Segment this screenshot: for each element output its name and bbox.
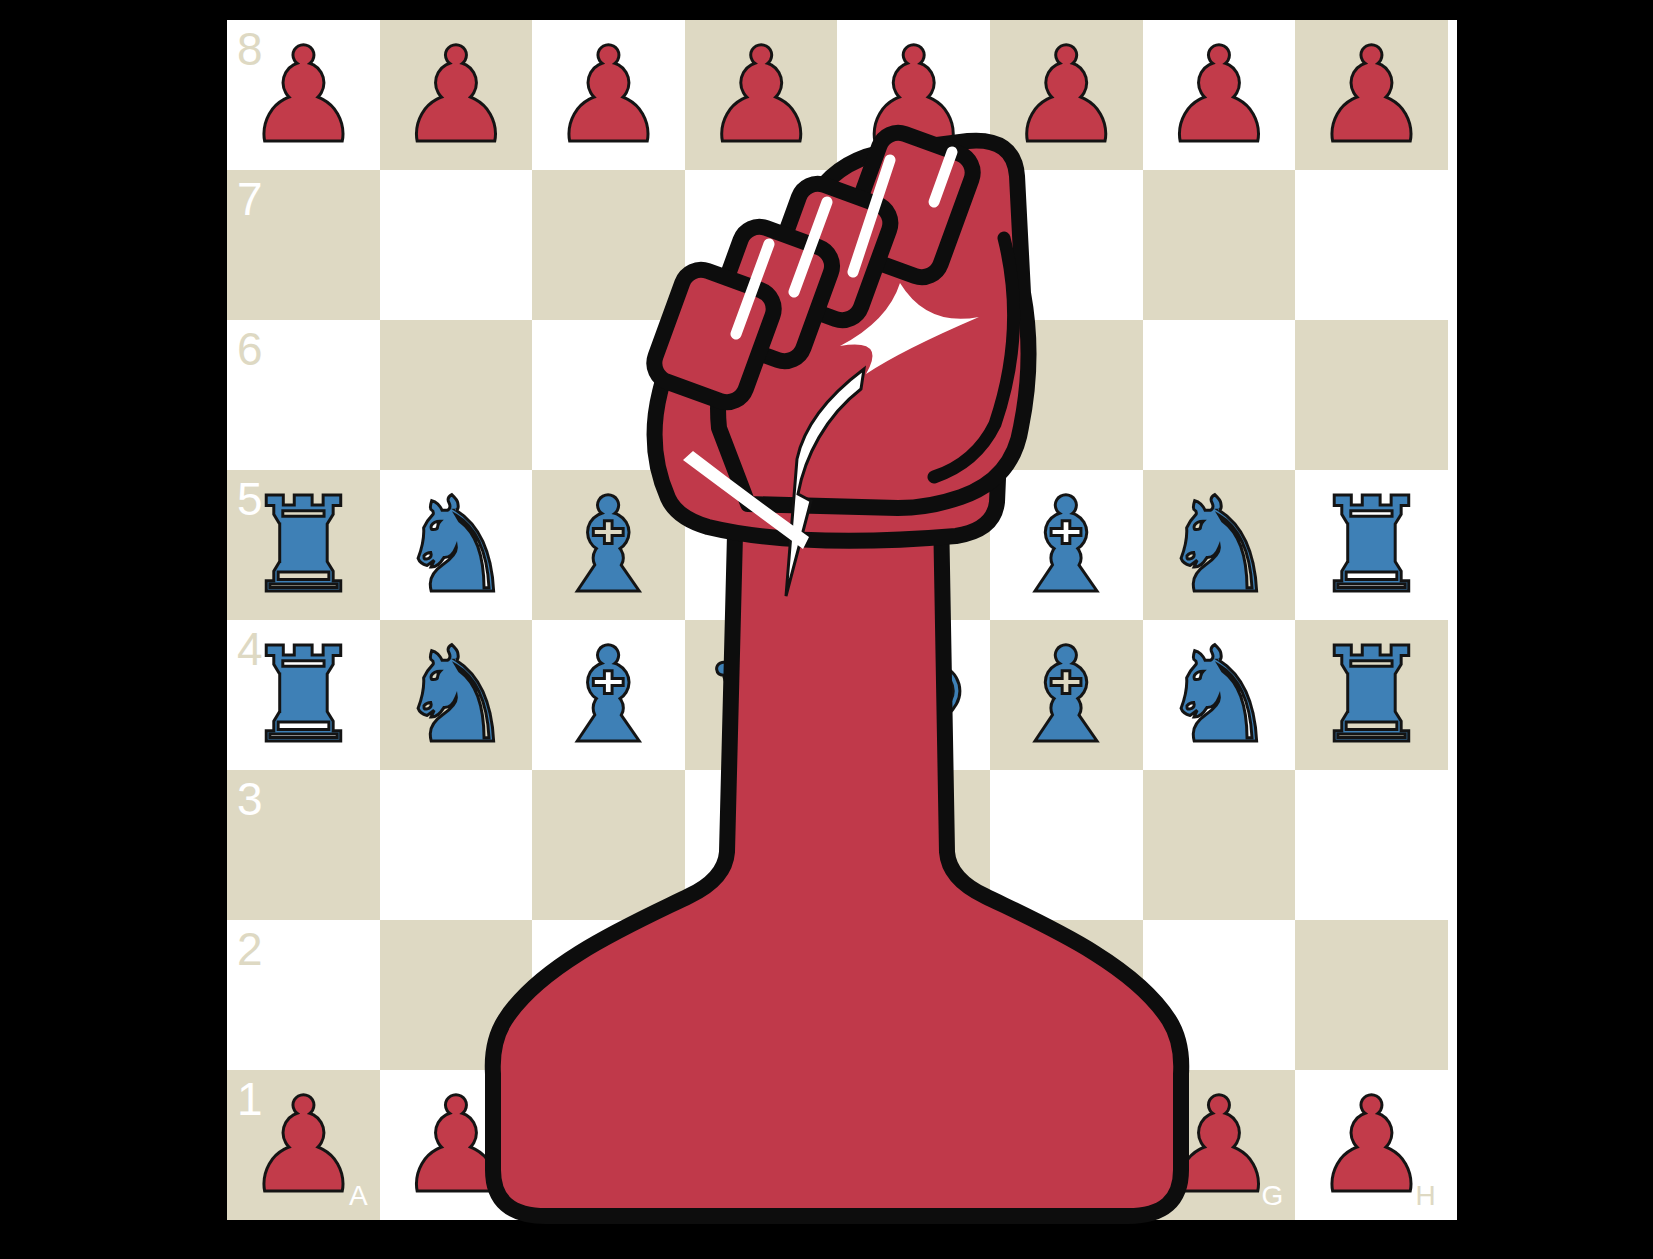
square-a3[interactable]: 3	[227, 770, 380, 920]
piece-red-P-h1[interactable]: ♟	[1295, 1070, 1448, 1220]
piece-red-P-c8[interactable]: ♟	[532, 20, 685, 170]
square-a1[interactable]: 1A♟	[227, 1070, 380, 1220]
square-g8[interactable]: ♟	[1143, 20, 1296, 170]
square-h5[interactable]: ♜	[1295, 470, 1448, 620]
piece-red-P-d8[interactable]: ♟	[685, 20, 838, 170]
square-a2[interactable]: 2	[227, 920, 380, 1070]
square-f2[interactable]	[990, 920, 1143, 1070]
square-f8[interactable]: ♟	[990, 20, 1143, 170]
square-f7[interactable]	[990, 170, 1143, 320]
square-e4[interactable]: ♚	[837, 620, 990, 770]
square-c2[interactable]	[532, 920, 685, 1070]
piece-blue-Q-e5[interactable]: ♛	[837, 470, 990, 620]
chess-board: 8♟♟♟♟♟♟♟♟765♜♞♝♛♝♞♜4♜♞♝♛♚♝♞♜321A♟♟G♟H♟	[227, 20, 1448, 1220]
piece-blue-Q-d4[interactable]: ♛	[685, 620, 838, 770]
piece-red-P-g1[interactable]: ♟	[1143, 1070, 1296, 1220]
square-e1[interactable]	[837, 1070, 990, 1220]
square-d6[interactable]	[685, 320, 838, 470]
square-b5[interactable]: ♞	[380, 470, 533, 620]
square-e3[interactable]	[837, 770, 990, 920]
square-d5[interactable]	[685, 470, 838, 620]
piece-blue-N-b4[interactable]: ♞	[380, 620, 533, 770]
square-d3[interactable]	[685, 770, 838, 920]
square-d2[interactable]	[685, 920, 838, 1070]
square-a6[interactable]: 6	[227, 320, 380, 470]
square-f1[interactable]	[990, 1070, 1143, 1220]
square-h7[interactable]	[1295, 170, 1448, 320]
square-b3[interactable]	[380, 770, 533, 920]
board-edge-strip	[1448, 20, 1457, 1220]
piece-blue-N-g4[interactable]: ♞	[1143, 620, 1296, 770]
square-c4[interactable]: ♝	[532, 620, 685, 770]
piece-blue-R-a4[interactable]: ♜	[227, 620, 380, 770]
square-f6[interactable]	[990, 320, 1143, 470]
square-e2[interactable]	[837, 920, 990, 1070]
square-c7[interactable]	[532, 170, 685, 320]
square-a8[interactable]: 8♟	[227, 20, 380, 170]
square-f5[interactable]: ♝	[990, 470, 1143, 620]
square-f4[interactable]: ♝	[990, 620, 1143, 770]
square-b1[interactable]: ♟	[380, 1070, 533, 1220]
square-c5[interactable]: ♝	[532, 470, 685, 620]
piece-red-P-b1[interactable]: ♟	[380, 1070, 533, 1220]
rank-label-2: 2	[237, 926, 263, 972]
square-e5[interactable]: ♛	[837, 470, 990, 620]
square-b8[interactable]: ♟	[380, 20, 533, 170]
square-g5[interactable]: ♞	[1143, 470, 1296, 620]
square-a5[interactable]: 5♜	[227, 470, 380, 620]
square-e7[interactable]	[837, 170, 990, 320]
square-h3[interactable]	[1295, 770, 1448, 920]
square-f3[interactable]	[990, 770, 1143, 920]
square-c6[interactable]	[532, 320, 685, 470]
piece-red-P-b8[interactable]: ♟	[380, 20, 533, 170]
piece-blue-B-f4[interactable]: ♝	[990, 620, 1143, 770]
square-b4[interactable]: ♞	[380, 620, 533, 770]
piece-blue-B-c4[interactable]: ♝	[532, 620, 685, 770]
piece-blue-R-h5[interactable]: ♜	[1295, 470, 1448, 620]
square-h8[interactable]: ♟	[1295, 20, 1448, 170]
square-b6[interactable]	[380, 320, 533, 470]
piece-blue-R-a5[interactable]: ♜	[227, 470, 380, 620]
rank-label-6: 6	[237, 326, 263, 372]
square-a7[interactable]: 7	[227, 170, 380, 320]
piece-blue-N-g5[interactable]: ♞	[1143, 470, 1296, 620]
square-g4[interactable]: ♞	[1143, 620, 1296, 770]
square-c1[interactable]	[532, 1070, 685, 1220]
square-g1[interactable]: G♟	[1143, 1070, 1296, 1220]
square-g6[interactable]	[1143, 320, 1296, 470]
page: 8♟♟♟♟♟♟♟♟765♜♞♝♛♝♞♜4♜♞♝♛♚♝♞♜321A♟♟G♟H♟	[0, 0, 1653, 1259]
square-b7[interactable]	[380, 170, 533, 320]
square-h2[interactable]	[1295, 920, 1448, 1070]
square-d7[interactable]	[685, 170, 838, 320]
square-d8[interactable]: ♟	[685, 20, 838, 170]
square-h4[interactable]: ♜	[1295, 620, 1448, 770]
square-e8[interactable]: ♟	[837, 20, 990, 170]
square-g2[interactable]	[1143, 920, 1296, 1070]
piece-blue-K-e4[interactable]: ♚	[837, 620, 990, 770]
square-g3[interactable]	[1143, 770, 1296, 920]
piece-red-P-h8[interactable]: ♟	[1295, 20, 1448, 170]
square-b2[interactable]	[380, 920, 533, 1070]
piece-blue-B-f5[interactable]: ♝	[990, 470, 1143, 620]
rank-label-7: 7	[237, 176, 263, 222]
square-d4[interactable]: ♛	[685, 620, 838, 770]
piece-red-P-a1[interactable]: ♟	[227, 1070, 380, 1220]
piece-blue-R-h4[interactable]: ♜	[1295, 620, 1448, 770]
piece-blue-B-c5[interactable]: ♝	[532, 470, 685, 620]
piece-red-P-f8[interactable]: ♟	[990, 20, 1143, 170]
piece-blue-N-b5[interactable]: ♞	[380, 470, 533, 620]
square-c3[interactable]	[532, 770, 685, 920]
piece-red-P-g8[interactable]: ♟	[1143, 20, 1296, 170]
piece-red-P-e8[interactable]: ♟	[837, 20, 990, 170]
square-h1[interactable]: H♟	[1295, 1070, 1448, 1220]
piece-red-P-a8[interactable]: ♟	[227, 20, 380, 170]
square-h6[interactable]	[1295, 320, 1448, 470]
square-a4[interactable]: 4♜	[227, 620, 380, 770]
square-c8[interactable]: ♟	[532, 20, 685, 170]
square-g7[interactable]	[1143, 170, 1296, 320]
rank-label-3: 3	[237, 776, 263, 822]
square-e6[interactable]	[837, 320, 990, 470]
square-d1[interactable]	[685, 1070, 838, 1220]
